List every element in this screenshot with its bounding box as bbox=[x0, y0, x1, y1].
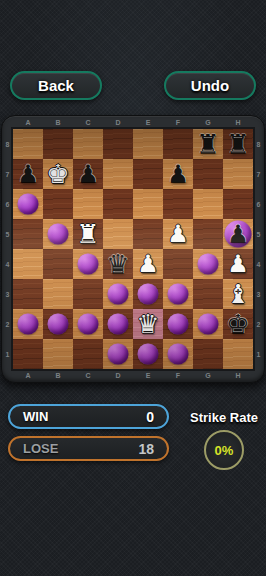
square-d1[interactable] bbox=[103, 339, 133, 369]
square-c6[interactable] bbox=[73, 189, 103, 219]
coordinate-label: 4 bbox=[6, 261, 10, 268]
coordinate-label: 5 bbox=[6, 231, 10, 238]
square-a1[interactable] bbox=[13, 339, 43, 369]
lose-value: 18 bbox=[138, 441, 154, 457]
legal-move-dot[interactable] bbox=[78, 254, 99, 275]
coordinate-label: 2 bbox=[257, 321, 261, 328]
square-e4[interactable]: ♟ bbox=[133, 249, 163, 279]
coordinate-label: C bbox=[73, 119, 103, 126]
square-h2[interactable]: ♚ bbox=[223, 309, 253, 339]
legal-move-dot[interactable] bbox=[138, 284, 159, 305]
legal-move-dot[interactable] bbox=[48, 314, 69, 335]
app-screen: Back Undo ABCDEFGH 87654321 ♜♜♟♚♟♟♜♟♟♛♟♟… bbox=[0, 0, 266, 576]
coordinate-label: 5 bbox=[257, 231, 261, 238]
square-d4[interactable]: ♛ bbox=[103, 249, 133, 279]
square-b7[interactable]: ♚ bbox=[43, 159, 73, 189]
square-f2[interactable] bbox=[163, 309, 193, 339]
legal-move-dot[interactable] bbox=[168, 284, 189, 305]
white-pawn-piece: ♟ bbox=[167, 219, 189, 249]
coordinate-label: 6 bbox=[257, 201, 261, 208]
square-f6[interactable] bbox=[163, 189, 193, 219]
square-d7[interactable] bbox=[103, 159, 133, 189]
square-g6[interactable] bbox=[193, 189, 223, 219]
coordinate-label: 8 bbox=[257, 141, 261, 148]
square-g4[interactable] bbox=[193, 249, 223, 279]
undo-button[interactable]: Undo bbox=[164, 71, 256, 100]
top-bar: Back Undo bbox=[0, 71, 266, 100]
legal-move-dot[interactable] bbox=[168, 344, 189, 365]
square-d5[interactable] bbox=[103, 219, 133, 249]
legal-move-dot[interactable] bbox=[108, 284, 129, 305]
square-c5[interactable]: ♜ bbox=[73, 219, 103, 249]
square-d2[interactable] bbox=[103, 309, 133, 339]
square-h6[interactable] bbox=[223, 189, 253, 219]
legal-move-dot[interactable] bbox=[108, 314, 129, 335]
square-b3[interactable] bbox=[43, 279, 73, 309]
file-labels-top: ABCDEFGH bbox=[13, 116, 253, 129]
square-c7[interactable]: ♟ bbox=[73, 159, 103, 189]
coordinate-label: A bbox=[13, 372, 43, 379]
square-a7[interactable]: ♟ bbox=[13, 159, 43, 189]
coordinate-label: 2 bbox=[6, 321, 10, 328]
black-rook-piece: ♜ bbox=[226, 129, 249, 159]
black-pawn-piece: ♟ bbox=[227, 219, 249, 249]
strike-rate-label: Strike Rate bbox=[184, 410, 264, 425]
white-queen-piece: ♛ bbox=[136, 309, 159, 339]
white-king-piece: ♚ bbox=[46, 159, 69, 189]
coordinate-label: B bbox=[43, 372, 73, 379]
win-counter: WIN 0 bbox=[8, 404, 169, 429]
coordinate-label: 7 bbox=[257, 171, 261, 178]
coordinate-label: G bbox=[193, 372, 223, 379]
square-f4[interactable] bbox=[163, 249, 193, 279]
square-c2[interactable] bbox=[73, 309, 103, 339]
coordinate-label: 1 bbox=[6, 351, 10, 358]
strike-rate-circle: 0% bbox=[204, 430, 244, 470]
win-label: WIN bbox=[23, 409, 48, 424]
rank-labels-right: 87654321 bbox=[253, 129, 264, 369]
white-bishop-piece: ♝ bbox=[226, 279, 249, 309]
black-king-piece: ♚ bbox=[226, 309, 249, 339]
coordinate-label: D bbox=[103, 372, 133, 379]
square-h8[interactable]: ♜ bbox=[223, 129, 253, 159]
square-e8[interactable] bbox=[133, 129, 163, 159]
coordinate-label: F bbox=[163, 372, 193, 379]
coordinate-label: 1 bbox=[257, 351, 261, 358]
square-g8[interactable]: ♜ bbox=[193, 129, 223, 159]
square-h1[interactable] bbox=[223, 339, 253, 369]
square-h5[interactable]: ♟ bbox=[223, 219, 253, 249]
coordinate-label: 7 bbox=[6, 171, 10, 178]
coordinate-label: G bbox=[193, 119, 223, 126]
lose-label: LOSE bbox=[23, 441, 58, 456]
legal-move-dot[interactable] bbox=[18, 314, 39, 335]
coordinate-label: 3 bbox=[257, 291, 261, 298]
legal-move-dot[interactable] bbox=[198, 254, 219, 275]
square-c8[interactable] bbox=[73, 129, 103, 159]
square-a4[interactable] bbox=[13, 249, 43, 279]
coordinate-label: 3 bbox=[6, 291, 10, 298]
square-g5[interactable] bbox=[193, 219, 223, 249]
coordinate-label: C bbox=[73, 372, 103, 379]
stats-section: WIN 0 LOSE 18 Strike Rate 0% bbox=[0, 403, 266, 483]
black-pawn-piece: ♟ bbox=[77, 159, 99, 189]
coordinate-label: 4 bbox=[257, 261, 261, 268]
legal-move-dot[interactable] bbox=[48, 224, 69, 245]
coordinate-label: E bbox=[133, 119, 163, 126]
square-b2[interactable] bbox=[43, 309, 73, 339]
black-pawn-piece: ♟ bbox=[17, 159, 39, 189]
lose-counter: LOSE 18 bbox=[8, 436, 169, 461]
legal-move-dot[interactable] bbox=[78, 314, 99, 335]
square-b1[interactable] bbox=[43, 339, 73, 369]
chess-board[interactable]: ♜♜♟♚♟♟♜♟♟♛♟♟♝♛♚ bbox=[13, 129, 253, 369]
white-rook-piece: ♜ bbox=[76, 219, 99, 249]
square-h3[interactable]: ♝ bbox=[223, 279, 253, 309]
file-labels-bottom: ABCDEFGH bbox=[13, 369, 253, 382]
coordinate-label: 6 bbox=[6, 201, 10, 208]
square-e2[interactable]: ♛ bbox=[133, 309, 163, 339]
coordinate-label: B bbox=[43, 119, 73, 126]
square-b6[interactable] bbox=[43, 189, 73, 219]
legal-move-dot[interactable] bbox=[168, 314, 189, 335]
square-f1[interactable] bbox=[163, 339, 193, 369]
black-rook-piece: ♜ bbox=[196, 129, 219, 159]
coordinate-label: F bbox=[163, 119, 193, 126]
square-f8[interactable] bbox=[163, 129, 193, 159]
square-c4[interactable] bbox=[73, 249, 103, 279]
square-h4[interactable]: ♟ bbox=[223, 249, 253, 279]
square-b8[interactable] bbox=[43, 129, 73, 159]
square-f7[interactable]: ♟ bbox=[163, 159, 193, 189]
square-f5[interactable]: ♟ bbox=[163, 219, 193, 249]
square-a6[interactable] bbox=[13, 189, 43, 219]
chess-board-frame: ABCDEFGH 87654321 ♜♜♟♚♟♟♜♟♟♛♟♟♝♛♚ 876543… bbox=[1, 115, 265, 383]
square-g3[interactable] bbox=[193, 279, 223, 309]
coordinate-label: E bbox=[133, 372, 163, 379]
coordinate-label: A bbox=[13, 119, 43, 126]
square-e6[interactable] bbox=[133, 189, 163, 219]
square-d6[interactable] bbox=[103, 189, 133, 219]
win-value: 0 bbox=[146, 409, 154, 425]
square-c1[interactable] bbox=[73, 339, 103, 369]
square-b4[interactable] bbox=[43, 249, 73, 279]
legal-move-dot[interactable] bbox=[18, 194, 39, 215]
square-e3[interactable] bbox=[133, 279, 163, 309]
black-queen-piece: ♛ bbox=[106, 249, 129, 279]
black-pawn-piece: ♟ bbox=[167, 159, 189, 189]
coordinate-label: D bbox=[103, 119, 133, 126]
legal-move-dot[interactable] bbox=[198, 314, 219, 335]
white-pawn-piece: ♟ bbox=[137, 249, 159, 279]
square-a8[interactable] bbox=[13, 129, 43, 159]
square-e1[interactable] bbox=[133, 339, 163, 369]
coordinate-label: H bbox=[223, 372, 253, 379]
rank-labels-left: 87654321 bbox=[2, 129, 13, 369]
legal-move-dot[interactable] bbox=[108, 344, 129, 365]
white-pawn-piece: ♟ bbox=[227, 249, 249, 279]
square-e7[interactable] bbox=[133, 159, 163, 189]
square-f3[interactable] bbox=[163, 279, 193, 309]
square-b5[interactable] bbox=[43, 219, 73, 249]
square-g7[interactable] bbox=[193, 159, 223, 189]
square-c3[interactable] bbox=[73, 279, 103, 309]
square-g1[interactable] bbox=[193, 339, 223, 369]
square-e5[interactable] bbox=[133, 219, 163, 249]
square-a2[interactable] bbox=[13, 309, 43, 339]
strike-rate-value: 0% bbox=[215, 443, 234, 458]
coordinate-label: H bbox=[223, 119, 253, 126]
back-button[interactable]: Back bbox=[10, 71, 102, 100]
coordinate-label: 8 bbox=[6, 141, 10, 148]
square-a5[interactable] bbox=[13, 219, 43, 249]
square-h7[interactable] bbox=[223, 159, 253, 189]
square-a3[interactable] bbox=[13, 279, 43, 309]
legal-move-dot[interactable] bbox=[138, 344, 159, 365]
square-d8[interactable] bbox=[103, 129, 133, 159]
square-d3[interactable] bbox=[103, 279, 133, 309]
square-g2[interactable] bbox=[193, 309, 223, 339]
